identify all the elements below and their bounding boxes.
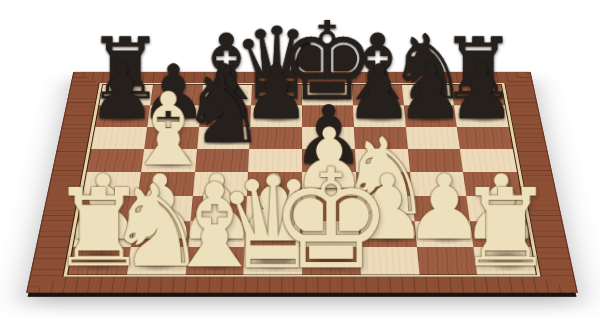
square-h6[interactable] (457, 127, 513, 149)
chessboard-photo-scene: ♜♝♛♚♝♞♜♟♟♟♟♟♟♟♞♟♝♟♞♟♟♟♟♟♟♟♜♞♝♛♚♜ (0, 0, 600, 318)
chess-board[interactable]: ♜♝♛♚♝♞♜♟♟♟♟♟♟♟♞♟♝♟♞♟♟♟♟♟♟♟♜♞♝♛♚♜ (26, 72, 578, 293)
board-frame-bottom (26, 277, 578, 293)
